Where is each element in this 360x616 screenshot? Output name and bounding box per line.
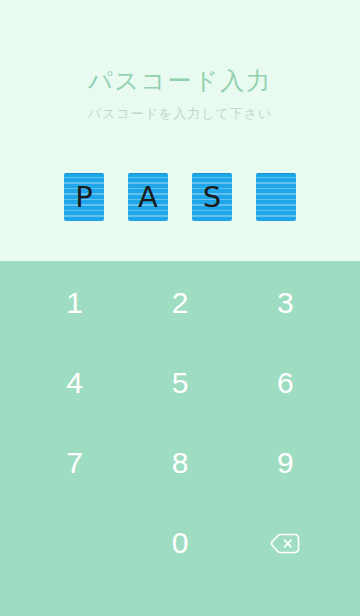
passcode-slot-1: P	[64, 173, 104, 221]
key-6[interactable]: 6	[233, 343, 338, 423]
key-7[interactable]: 7	[22, 423, 127, 503]
key-2[interactable]: 2	[127, 263, 232, 343]
passcode-screen: パスコード入力 パスコードを入力して下さい P A S 1 2 3 4 5 6 …	[0, 0, 360, 616]
key-3[interactable]: 3	[233, 263, 338, 343]
keypad-grid: 1 2 3 4 5 6 7 8 9 0	[22, 263, 338, 583]
key-9[interactable]: 9	[233, 423, 338, 503]
key-8[interactable]: 8	[127, 423, 232, 503]
key-4[interactable]: 4	[22, 343, 127, 423]
key-0[interactable]: 0	[127, 503, 232, 583]
passcode-slot-3: S	[192, 173, 232, 221]
keypad: 1 2 3 4 5 6 7 8 9 0	[0, 261, 360, 616]
header: パスコード入力 パスコードを入力して下さい	[0, 0, 360, 122]
backspace-icon	[270, 533, 300, 554]
passcode-slot-4	[256, 173, 296, 221]
key-backspace[interactable]	[233, 503, 338, 583]
key-5[interactable]: 5	[127, 343, 232, 423]
page-title: パスコード入力	[0, 66, 360, 96]
keypad-empty-cell	[22, 503, 127, 583]
passcode-slot-2: A	[128, 173, 168, 221]
key-1[interactable]: 1	[22, 263, 127, 343]
passcode-slots: P A S	[0, 173, 360, 221]
page-subtitle: パスコードを入力して下さい	[0, 106, 360, 122]
